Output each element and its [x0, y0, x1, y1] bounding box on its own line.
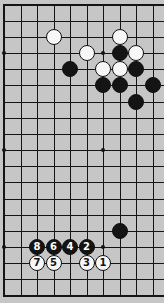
- go-board[interactable]: 12345678: [0, 0, 164, 303]
- grid-line-vertical: [21, 4, 22, 297]
- grid-line-horizontal: [3, 118, 164, 119]
- grid-line-horizontal: [3, 37, 164, 38]
- star-point: [2, 245, 6, 249]
- move-number: 3: [83, 258, 90, 268]
- grid-line-horizontal: [3, 4, 164, 6]
- grid-line-horizontal: [3, 134, 164, 135]
- black-stone[interactable]: [145, 77, 161, 93]
- black-move-stone[interactable]: 2: [79, 239, 95, 255]
- white-stone[interactable]: [95, 61, 111, 77]
- grid-line-horizontal: [3, 215, 164, 216]
- grid-line-horizontal: [3, 150, 164, 151]
- black-move-stone[interactable]: 6: [46, 239, 62, 255]
- black-stone[interactable]: [128, 61, 144, 77]
- grid-line-horizontal: [3, 85, 164, 86]
- black-move-stone[interactable]: 4: [62, 239, 78, 255]
- move-number: 2: [83, 242, 90, 252]
- white-stone[interactable]: [79, 45, 95, 61]
- white-move-stone[interactable]: 1: [95, 255, 111, 271]
- star-point: [101, 51, 105, 55]
- move-number: 6: [50, 242, 57, 252]
- star-point: [101, 148, 105, 152]
- white-stone[interactable]: [46, 29, 62, 45]
- move-number: 8: [34, 242, 41, 252]
- black-stone[interactable]: [112, 77, 128, 93]
- move-number: 4: [67, 242, 74, 252]
- black-stone[interactable]: [112, 223, 128, 239]
- star-point: [2, 51, 6, 55]
- white-move-stone[interactable]: 3: [79, 255, 95, 271]
- white-stone[interactable]: [112, 61, 128, 77]
- move-number: 5: [50, 258, 57, 268]
- grid-line-horizontal: [3, 199, 164, 200]
- white-move-stone[interactable]: 5: [46, 255, 62, 271]
- move-number: 1: [100, 258, 107, 268]
- black-stone[interactable]: [128, 94, 144, 110]
- black-move-stone[interactable]: 8: [29, 239, 45, 255]
- black-stone[interactable]: [95, 77, 111, 93]
- grid-line-horizontal: [3, 182, 164, 183]
- white-move-stone[interactable]: 7: [29, 255, 45, 271]
- black-stone[interactable]: [62, 61, 78, 77]
- grid-line-horizontal: [3, 166, 164, 167]
- white-stone[interactable]: [128, 45, 144, 61]
- star-point: [101, 245, 105, 249]
- grid-line-horizontal: [3, 231, 164, 232]
- white-stone[interactable]: [112, 29, 128, 45]
- grid-line-horizontal: [3, 295, 164, 297]
- star-point: [2, 148, 6, 152]
- black-stone[interactable]: [112, 45, 128, 61]
- move-number: 7: [34, 258, 41, 268]
- grid-line-horizontal: [3, 21, 164, 22]
- grid-line-vertical: [153, 4, 154, 297]
- grid-line-horizontal: [3, 279, 164, 280]
